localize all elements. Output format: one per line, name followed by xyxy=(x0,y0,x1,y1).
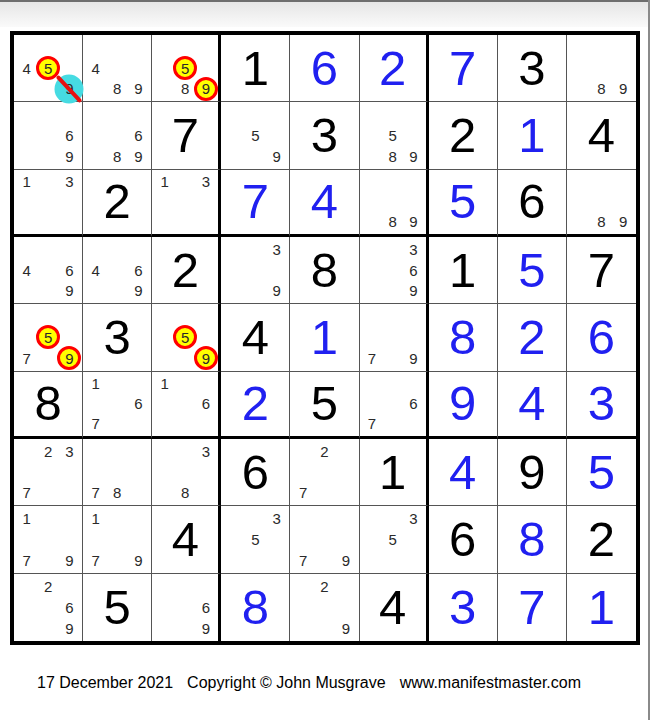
candidate-digit: 1 xyxy=(160,173,168,190)
candidate-digit: 9 xyxy=(342,620,350,637)
cell-r7c5[interactable]: 27 xyxy=(290,439,359,506)
cell-r4c6[interactable]: 369 xyxy=(360,237,429,304)
cell-r2c9[interactable]: 4 xyxy=(567,102,636,169)
candidate-8: 8 xyxy=(106,79,127,100)
candidate-digit: 7 xyxy=(368,350,376,367)
cell-r4c7[interactable]: 1 xyxy=(429,237,498,304)
candidate-7: 7 xyxy=(16,483,37,504)
candidate-2: 2 xyxy=(314,441,335,462)
candidate-2: 2 xyxy=(314,576,335,597)
given-digit: 4 xyxy=(152,506,218,572)
candidate-5: 5 xyxy=(245,125,266,146)
given-digit: 2 xyxy=(429,102,497,168)
given-digit: 3 xyxy=(290,102,358,168)
candidate-8: 8 xyxy=(382,146,403,167)
candidate-6: 6 xyxy=(59,260,80,281)
cell-r9c9[interactable]: 1 xyxy=(567,574,636,641)
candidate-digit: 3 xyxy=(65,173,73,190)
candidate-4: 4 xyxy=(85,58,106,79)
candidate-grid: 269 xyxy=(16,576,80,639)
candidate-6: 6 xyxy=(128,260,149,281)
candidate-grid: 167 xyxy=(85,374,149,434)
cell-r2c2[interactable]: 689 xyxy=(83,102,152,169)
candidate-digit: 7 xyxy=(92,552,100,569)
cell-r6c4[interactable]: 2 xyxy=(221,372,290,439)
footer-website-link[interactable]: www.manifestmaster.com xyxy=(400,674,581,692)
candidate-digit: 6 xyxy=(202,599,210,616)
solved-digit: 1 xyxy=(498,102,566,168)
solved-digit: 4 xyxy=(429,439,497,505)
candidate-9: 9 xyxy=(403,281,424,302)
given-digit: 1 xyxy=(221,35,289,101)
candidate-digit: 7 xyxy=(92,484,100,501)
cell-r1c5[interactable]: 6 xyxy=(290,35,359,102)
given-digit: 2 xyxy=(83,170,151,234)
cell-r2c1[interactable]: 69 xyxy=(14,102,83,169)
candidate-digit: 8 xyxy=(181,484,189,501)
cell-r3c5[interactable]: 4 xyxy=(290,170,359,237)
cell-r6c6[interactable]: 67 xyxy=(360,372,429,439)
solved-digit: 3 xyxy=(567,372,636,436)
candidate-grid: 459 xyxy=(16,37,80,99)
candidate-digit: 8 xyxy=(113,148,121,165)
cell-r4c4[interactable]: 39 xyxy=(221,237,290,304)
candidate-7: 7 xyxy=(292,483,313,504)
candidate-digit: 6 xyxy=(409,262,417,279)
candidate-digit: 9 xyxy=(619,213,627,230)
candidate-digit: 9 xyxy=(134,80,142,97)
cell-r7c6[interactable]: 1 xyxy=(360,439,429,506)
cell-r7c2[interactable]: 78 xyxy=(83,439,152,506)
candidate-digit: 9 xyxy=(65,148,73,165)
cell-r7c8[interactable]: 9 xyxy=(498,439,567,506)
cell-r3c9[interactable]: 89 xyxy=(567,170,636,237)
candidate-digit: 3 xyxy=(202,443,210,460)
cell-r4c3[interactable]: 2 xyxy=(152,237,221,304)
candidate-digit: 6 xyxy=(134,262,142,279)
given-digit: 6 xyxy=(429,506,497,572)
cell-r5c5[interactable]: 1 xyxy=(290,304,359,371)
solved-digit: 8 xyxy=(498,506,566,572)
cell-r8c6[interactable]: 35 xyxy=(360,506,429,573)
candidate-digit: 3 xyxy=(202,173,210,190)
given-digit: 3 xyxy=(498,35,566,101)
cell-r4c9[interactable]: 7 xyxy=(567,237,636,304)
candidate-5: 5 xyxy=(245,529,266,550)
given-digit: 3 xyxy=(83,304,151,370)
candidate-grid: 69 xyxy=(154,576,216,639)
solved-digit: 4 xyxy=(498,372,566,436)
candidate-digit: 8 xyxy=(597,80,605,97)
candidate-digit: 9 xyxy=(202,350,210,367)
candidate-9: 9 xyxy=(403,146,424,167)
cell-r4c5[interactable]: 8 xyxy=(290,237,359,304)
candidate-digit: 3 xyxy=(65,443,73,460)
cell-r3c7[interactable]: 5 xyxy=(429,170,498,237)
candidate-digit: 7 xyxy=(23,484,31,501)
candidate-8: 8 xyxy=(382,212,403,232)
candidate-grid: 13 xyxy=(16,172,80,232)
candidate-digit: 9 xyxy=(273,282,281,299)
candidate-digit: 5 xyxy=(44,329,52,346)
cell-r5c2[interactable]: 3 xyxy=(83,304,152,371)
solved-digit: 2 xyxy=(360,35,426,101)
candidate-6: 6 xyxy=(59,597,80,618)
candidate-grid: 589 xyxy=(154,37,216,99)
candidate-grid: 79 xyxy=(362,306,424,368)
given-digit: 4 xyxy=(567,102,636,168)
candidate-8: 8 xyxy=(175,79,196,100)
candidate-7: 7 xyxy=(362,348,383,369)
candidate-digit: 7 xyxy=(23,350,31,367)
cell-r6c5[interactable]: 5 xyxy=(290,372,359,439)
candidate-9: 9 xyxy=(335,550,356,571)
cell-r2c5[interactable]: 3 xyxy=(290,102,359,169)
candidate-digit: 1 xyxy=(23,510,31,527)
candidate-digit: 2 xyxy=(44,443,52,460)
candidate-digit: 6 xyxy=(134,127,142,144)
candidate-5: 5 xyxy=(175,58,196,79)
sudoku-board: 4594895891627389696897593589214132137489… xyxy=(10,31,640,645)
solved-digit: 2 xyxy=(221,372,289,436)
cell-r3c2[interactable]: 2 xyxy=(83,170,152,237)
candidate-digit: 5 xyxy=(44,60,52,77)
candidate-7: 7 xyxy=(16,348,37,369)
candidate-3: 3 xyxy=(266,508,287,529)
candidate-3: 3 xyxy=(196,172,217,192)
given-digit: 4 xyxy=(221,304,289,370)
candidate-digit: 9 xyxy=(409,148,417,165)
cell-r8c5[interactable]: 79 xyxy=(290,506,359,573)
candidate-digit: 7 xyxy=(368,415,376,432)
cell-r2c6[interactable]: 589 xyxy=(360,102,429,169)
candidate-digit: 8 xyxy=(597,213,605,230)
window-header-bar xyxy=(0,0,650,27)
given-digit: 7 xyxy=(567,237,636,303)
cell-r8c2[interactable]: 179 xyxy=(83,506,152,573)
candidate-grid: 27 xyxy=(292,441,356,503)
solved-digit: 3 xyxy=(429,574,497,641)
candidate-3: 3 xyxy=(59,172,80,192)
given-digit: 6 xyxy=(498,170,566,234)
solved-digit: 5 xyxy=(429,170,497,234)
candidate-6: 6 xyxy=(403,260,424,281)
cell-r7c7[interactable]: 4 xyxy=(429,439,498,506)
candidate-grid: 13 xyxy=(154,172,216,232)
cell-r6c2[interactable]: 167 xyxy=(83,372,152,439)
candidate-6: 6 xyxy=(403,394,424,414)
candidate-9: 9 xyxy=(266,146,287,167)
cell-r1c9[interactable]: 89 xyxy=(567,35,636,102)
candidate-1: 1 xyxy=(16,172,37,192)
candidate-9: 9 xyxy=(59,281,80,302)
candidate-grid: 469 xyxy=(85,239,149,301)
solved-digit: 7 xyxy=(221,170,289,234)
candidate-digit: 6 xyxy=(202,395,210,412)
cell-r6c3[interactable]: 16 xyxy=(152,372,221,439)
candidate-grid: 579 xyxy=(16,306,80,368)
cell-r9c2[interactable]: 5 xyxy=(83,574,152,641)
candidate-5: 5 xyxy=(37,327,58,348)
solved-digit: 5 xyxy=(567,439,636,505)
given-digit: 6 xyxy=(221,439,289,505)
candidate-5: 5 xyxy=(382,529,403,550)
candidate-4: 4 xyxy=(16,260,37,281)
solved-digit: 1 xyxy=(290,304,358,370)
cell-r5c9[interactable]: 6 xyxy=(567,304,636,371)
candidate-digit: 9 xyxy=(65,552,73,569)
candidate-grid: 89 xyxy=(569,37,634,99)
candidate-digit: 3 xyxy=(273,510,281,527)
candidate-9: 9 xyxy=(196,618,217,639)
candidate-grid: 89 xyxy=(362,172,424,232)
candidate-9: 9 xyxy=(59,146,80,167)
candidate-digit: 7 xyxy=(23,552,31,569)
candidate-digit: 3 xyxy=(409,241,417,258)
candidate-digit: 9 xyxy=(65,620,73,637)
candidate-grid: 35 xyxy=(362,508,424,570)
candidate-8: 8 xyxy=(106,146,127,167)
candidate-grid: 469 xyxy=(16,239,80,301)
candidate-digit: 5 xyxy=(251,127,259,144)
cell-r4c8[interactable]: 5 xyxy=(498,237,567,304)
candidate-digit: 6 xyxy=(65,599,73,616)
candidate-3: 3 xyxy=(403,508,424,529)
candidate-digit: 8 xyxy=(113,484,121,501)
candidate-9: 9 xyxy=(403,212,424,232)
candidate-9: 9 xyxy=(612,212,634,232)
candidate-7: 7 xyxy=(16,550,37,571)
cell-r1c1[interactable]: 459 xyxy=(14,35,83,102)
cell-r9c8[interactable]: 7 xyxy=(498,574,567,641)
candidate-digit: 9 xyxy=(409,213,417,230)
cell-r3c6[interactable]: 89 xyxy=(360,170,429,237)
cell-r5c6[interactable]: 79 xyxy=(360,304,429,371)
candidate-grid: 59 xyxy=(223,104,287,166)
cell-r3c8[interactable]: 6 xyxy=(498,170,567,237)
cell-r8c7[interactable]: 6 xyxy=(429,506,498,573)
candidate-digit: 6 xyxy=(409,395,417,412)
candidate-9: 9 xyxy=(128,79,149,100)
cell-r6c7[interactable]: 9 xyxy=(429,372,498,439)
candidate-9: 9 xyxy=(59,79,80,100)
candidate-6: 6 xyxy=(196,394,217,414)
candidate-digit: 8 xyxy=(388,213,396,230)
candidate-8: 8 xyxy=(591,79,613,100)
cell-r9c6[interactable]: 4 xyxy=(360,574,429,641)
candidate-grid: 589 xyxy=(362,104,424,166)
candidate-digit: 4 xyxy=(92,60,100,77)
cell-r1c8[interactable]: 3 xyxy=(498,35,567,102)
candidate-digit: 9 xyxy=(134,282,142,299)
candidate-1: 1 xyxy=(85,374,106,394)
candidate-digit: 4 xyxy=(92,262,100,279)
candidate-9: 9 xyxy=(335,618,356,639)
candidate-grid: 29 xyxy=(292,576,356,639)
candidate-digit: 9 xyxy=(409,282,417,299)
candidate-grid: 78 xyxy=(85,441,149,503)
candidate-digit: 6 xyxy=(65,127,73,144)
candidate-grid: 59 xyxy=(154,306,216,368)
solved-digit: 8 xyxy=(429,304,497,370)
candidate-grid: 39 xyxy=(223,239,287,301)
candidate-digit: 5 xyxy=(388,127,396,144)
cell-r2c4[interactable]: 59 xyxy=(221,102,290,169)
cell-r5c4[interactable]: 4 xyxy=(221,304,290,371)
candidate-6: 6 xyxy=(59,125,80,146)
candidate-6: 6 xyxy=(128,394,149,414)
candidate-7: 7 xyxy=(85,550,106,571)
cell-r3c4[interactable]: 7 xyxy=(221,170,290,237)
candidate-digit: 2 xyxy=(320,578,328,595)
candidate-8: 8 xyxy=(106,483,127,504)
candidate-digit: 5 xyxy=(181,60,189,77)
candidate-grid: 16 xyxy=(154,374,216,434)
candidate-digit: 6 xyxy=(134,395,142,412)
candidate-9: 9 xyxy=(266,281,287,302)
candidate-3: 3 xyxy=(403,239,424,260)
solved-digit: 4 xyxy=(290,170,358,234)
cell-r8c9[interactable]: 2 xyxy=(567,506,636,573)
cell-r7c3[interactable]: 38 xyxy=(152,439,221,506)
candidate-digit: 9 xyxy=(202,80,210,97)
given-digit: 9 xyxy=(498,439,566,505)
candidate-grid: 179 xyxy=(16,508,80,570)
candidate-grid: 179 xyxy=(85,508,149,570)
candidate-digit: 1 xyxy=(23,173,31,190)
cell-r6c8[interactable]: 4 xyxy=(498,372,567,439)
cell-r1c7[interactable]: 7 xyxy=(429,35,498,102)
candidate-grid: 67 xyxy=(362,374,424,434)
cell-r8c8[interactable]: 8 xyxy=(498,506,567,573)
candidate-digit: 6 xyxy=(65,262,73,279)
given-digit: 5 xyxy=(290,372,358,436)
cell-r2c8[interactable]: 1 xyxy=(498,102,567,169)
candidate-1: 1 xyxy=(85,508,106,529)
cell-r8c4[interactable]: 35 xyxy=(221,506,290,573)
candidate-grid: 369 xyxy=(362,239,424,301)
given-digit: 1 xyxy=(429,237,497,303)
solved-digit: 6 xyxy=(567,304,636,370)
candidate-grid: 79 xyxy=(292,508,356,570)
cell-r9c3[interactable]: 69 xyxy=(152,574,221,641)
cell-r9c5[interactable]: 29 xyxy=(290,574,359,641)
candidate-8: 8 xyxy=(175,483,196,504)
given-digit: 5 xyxy=(83,574,151,641)
candidate-1: 1 xyxy=(154,172,175,192)
cell-r6c1[interactable]: 8 xyxy=(14,372,83,439)
cell-r4c2[interactable]: 469 xyxy=(83,237,152,304)
cell-r1c3[interactable]: 589 xyxy=(152,35,221,102)
candidate-digit: 5 xyxy=(388,531,396,548)
cell-r5c3[interactable]: 59 xyxy=(152,304,221,371)
cell-r9c1[interactable]: 269 xyxy=(14,574,83,641)
candidate-digit: 1 xyxy=(160,375,168,392)
footer-date: 17 December 2021 xyxy=(37,674,173,692)
candidate-2: 2 xyxy=(37,576,58,597)
cell-r5c7[interactable]: 8 xyxy=(429,304,498,371)
cell-r7c4[interactable]: 6 xyxy=(221,439,290,506)
given-digit: 8 xyxy=(290,237,358,303)
candidate-9: 9 xyxy=(196,348,217,369)
candidate-9: 9 xyxy=(612,79,634,100)
candidate-digit: 3 xyxy=(273,241,281,258)
candidate-digit: 1 xyxy=(92,375,100,392)
candidate-7: 7 xyxy=(292,550,313,571)
candidate-grid: 489 xyxy=(85,37,149,99)
candidate-digit: 9 xyxy=(65,282,73,299)
candidate-9: 9 xyxy=(128,146,149,167)
cell-r7c1[interactable]: 237 xyxy=(14,439,83,506)
candidate-7: 7 xyxy=(85,414,106,434)
candidate-4: 4 xyxy=(16,58,37,79)
given-digit: 2 xyxy=(152,237,218,303)
solved-digit: 9 xyxy=(429,372,497,436)
candidate-digit: 2 xyxy=(44,578,52,595)
cell-r4c1[interactable]: 469 xyxy=(14,237,83,304)
candidate-3: 3 xyxy=(59,441,80,462)
candidate-9: 9 xyxy=(128,550,149,571)
cell-r9c4[interactable]: 8 xyxy=(221,574,290,641)
cell-r1c6[interactable]: 2 xyxy=(360,35,429,102)
solved-digit: 1 xyxy=(567,574,636,641)
candidate-digit: 9 xyxy=(134,552,142,569)
candidate-9: 9 xyxy=(403,348,424,369)
cell-r9c7[interactable]: 3 xyxy=(429,574,498,641)
candidate-3: 3 xyxy=(266,239,287,260)
cell-r8c3[interactable]: 4 xyxy=(152,506,221,573)
solved-digit: 7 xyxy=(429,35,497,101)
cell-r3c3[interactable]: 13 xyxy=(152,170,221,237)
candidate-5: 5 xyxy=(37,58,58,79)
cell-r3c1[interactable]: 13 xyxy=(14,170,83,237)
cell-r7c9[interactable]: 5 xyxy=(567,439,636,506)
candidate-grid: 89 xyxy=(569,172,634,232)
cell-r6c9[interactable]: 3 xyxy=(567,372,636,439)
solved-digit: 5 xyxy=(498,237,566,303)
cell-r5c1[interactable]: 579 xyxy=(14,304,83,371)
candidate-digit: 4 xyxy=(23,262,31,279)
candidate-6: 6 xyxy=(196,597,217,618)
candidate-digit: 7 xyxy=(299,552,307,569)
cell-r1c4[interactable]: 1 xyxy=(221,35,290,102)
solved-digit: 6 xyxy=(290,35,358,101)
candidate-digit: 5 xyxy=(181,329,189,346)
candidate-digit: 8 xyxy=(181,80,189,97)
cell-r2c3[interactable]: 7 xyxy=(152,102,221,169)
cell-r8c1[interactable]: 179 xyxy=(14,506,83,573)
candidate-grid: 689 xyxy=(85,104,149,166)
candidate-2: 2 xyxy=(37,441,58,462)
cell-r5c8[interactable]: 2 xyxy=(498,304,567,371)
candidate-digit: 9 xyxy=(134,148,142,165)
candidate-8: 8 xyxy=(591,212,613,232)
candidate-7: 7 xyxy=(362,414,383,434)
candidate-digit: 9 xyxy=(273,148,281,165)
given-digit: 4 xyxy=(360,574,426,641)
cell-r2c7[interactable]: 2 xyxy=(429,102,498,169)
candidate-digit: 7 xyxy=(92,415,100,432)
candidate-grid: 69 xyxy=(16,104,80,166)
candidate-9: 9 xyxy=(128,281,149,302)
candidate-4: 4 xyxy=(85,260,106,281)
candidate-digit: 9 xyxy=(202,620,210,637)
solved-digit: 7 xyxy=(498,574,566,641)
candidate-digit: 8 xyxy=(113,80,121,97)
cell-r1c2[interactable]: 489 xyxy=(83,35,152,102)
candidate-digit: 4 xyxy=(23,60,31,77)
given-digit: 1 xyxy=(360,439,426,505)
